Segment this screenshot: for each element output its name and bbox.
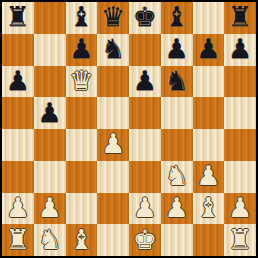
square-a7[interactable] bbox=[2, 34, 34, 66]
square-f3[interactable]: ♞ bbox=[161, 161, 193, 193]
square-b8[interactable] bbox=[34, 2, 66, 34]
square-f5[interactable] bbox=[161, 97, 193, 129]
square-g5[interactable] bbox=[193, 97, 225, 129]
square-a8[interactable]: ♜ bbox=[2, 2, 34, 34]
square-b6[interactable] bbox=[34, 66, 66, 98]
piece-white-queen: ♛ bbox=[69, 67, 93, 94]
square-a4[interactable] bbox=[2, 129, 34, 161]
piece-white-pawn: ♟ bbox=[196, 162, 220, 189]
square-h8[interactable]: ♜ bbox=[224, 2, 256, 34]
piece-white-rook: ♜ bbox=[228, 226, 252, 253]
piece-white-pawn: ♟ bbox=[101, 130, 125, 157]
square-d7[interactable]: ♞ bbox=[97, 34, 129, 66]
square-b3[interactable] bbox=[34, 161, 66, 193]
piece-black-knight: ♞ bbox=[165, 67, 189, 94]
square-d5[interactable] bbox=[97, 97, 129, 129]
piece-black-queen: ♛ bbox=[101, 3, 125, 30]
square-d8[interactable]: ♛ bbox=[97, 2, 129, 34]
square-e7[interactable] bbox=[129, 34, 161, 66]
square-e3[interactable] bbox=[129, 161, 161, 193]
piece-white-pawn: ♟ bbox=[6, 194, 30, 221]
piece-black-pawn: ♟ bbox=[165, 35, 189, 62]
square-c7[interactable]: ♟ bbox=[66, 34, 98, 66]
square-c6[interactable]: ♛ bbox=[66, 66, 98, 98]
square-e8[interactable]: ♚ bbox=[129, 2, 161, 34]
square-e2[interactable]: ♟ bbox=[129, 193, 161, 225]
square-f8[interactable]: ♝ bbox=[161, 2, 193, 34]
square-a6[interactable]: ♟ bbox=[2, 66, 34, 98]
piece-black-pawn: ♟ bbox=[6, 67, 30, 94]
square-b5[interactable]: ♟ bbox=[34, 97, 66, 129]
chess-board-frame: ♜♝♛♚♝♜♟♞♟♟♟♟♛♟♞♟♟♞♟♟♟♟♟♝♟♜♞♝♚♜ bbox=[0, 0, 258, 258]
square-g8[interactable] bbox=[193, 2, 225, 34]
square-g7[interactable]: ♟ bbox=[193, 34, 225, 66]
piece-black-pawn: ♟ bbox=[133, 67, 157, 94]
square-g6[interactable] bbox=[193, 66, 225, 98]
square-c5[interactable] bbox=[66, 97, 98, 129]
square-g1[interactable] bbox=[193, 224, 225, 256]
square-a5[interactable] bbox=[2, 97, 34, 129]
square-e5[interactable] bbox=[129, 97, 161, 129]
piece-white-pawn: ♟ bbox=[133, 194, 157, 221]
square-e6[interactable]: ♟ bbox=[129, 66, 161, 98]
piece-black-rook: ♜ bbox=[228, 3, 252, 30]
square-b1[interactable]: ♞ bbox=[34, 224, 66, 256]
piece-white-bishop: ♝ bbox=[196, 194, 220, 221]
piece-black-pawn: ♟ bbox=[228, 35, 252, 62]
square-g3[interactable]: ♟ bbox=[193, 161, 225, 193]
square-d6[interactable] bbox=[97, 66, 129, 98]
piece-white-bishop: ♝ bbox=[69, 226, 93, 253]
square-f2[interactable]: ♟ bbox=[161, 193, 193, 225]
chess-board: ♜♝♛♚♝♜♟♞♟♟♟♟♛♟♞♟♟♞♟♟♟♟♟♝♟♜♞♝♚♜ bbox=[2, 2, 256, 256]
square-g2[interactable]: ♝ bbox=[193, 193, 225, 225]
square-h7[interactable]: ♟ bbox=[224, 34, 256, 66]
square-g4[interactable] bbox=[193, 129, 225, 161]
piece-black-rook: ♜ bbox=[6, 3, 30, 30]
piece-black-knight: ♞ bbox=[101, 35, 125, 62]
square-a1[interactable]: ♜ bbox=[2, 224, 34, 256]
piece-white-pawn: ♟ bbox=[165, 194, 189, 221]
piece-white-knight: ♞ bbox=[165, 162, 189, 189]
square-f4[interactable] bbox=[161, 129, 193, 161]
square-h6[interactable] bbox=[224, 66, 256, 98]
piece-black-pawn: ♟ bbox=[196, 35, 220, 62]
square-f1[interactable] bbox=[161, 224, 193, 256]
piece-white-pawn: ♟ bbox=[38, 194, 62, 221]
piece-black-bishop: ♝ bbox=[165, 3, 189, 30]
square-c1[interactable]: ♝ bbox=[66, 224, 98, 256]
square-d1[interactable] bbox=[97, 224, 129, 256]
square-c4[interactable] bbox=[66, 129, 98, 161]
square-h1[interactable]: ♜ bbox=[224, 224, 256, 256]
square-h3[interactable] bbox=[224, 161, 256, 193]
square-d2[interactable] bbox=[97, 193, 129, 225]
square-f6[interactable]: ♞ bbox=[161, 66, 193, 98]
square-c2[interactable] bbox=[66, 193, 98, 225]
piece-black-king: ♚ bbox=[133, 3, 157, 30]
square-a3[interactable] bbox=[2, 161, 34, 193]
square-a2[interactable]: ♟ bbox=[2, 193, 34, 225]
piece-black-pawn: ♟ bbox=[38, 99, 62, 126]
square-c3[interactable] bbox=[66, 161, 98, 193]
square-f7[interactable]: ♟ bbox=[161, 34, 193, 66]
square-h2[interactable]: ♟ bbox=[224, 193, 256, 225]
square-b7[interactable] bbox=[34, 34, 66, 66]
square-b2[interactable]: ♟ bbox=[34, 193, 66, 225]
square-d3[interactable] bbox=[97, 161, 129, 193]
square-b4[interactable] bbox=[34, 129, 66, 161]
square-d4[interactable]: ♟ bbox=[97, 129, 129, 161]
piece-white-king: ♚ bbox=[133, 226, 157, 253]
piece-black-pawn: ♟ bbox=[69, 35, 93, 62]
piece-white-knight: ♞ bbox=[38, 226, 62, 253]
square-h5[interactable] bbox=[224, 97, 256, 129]
square-e4[interactable] bbox=[129, 129, 161, 161]
square-e1[interactable]: ♚ bbox=[129, 224, 161, 256]
piece-white-rook: ♜ bbox=[6, 226, 30, 253]
piece-white-pawn: ♟ bbox=[228, 194, 252, 221]
square-c8[interactable]: ♝ bbox=[66, 2, 98, 34]
piece-black-bishop: ♝ bbox=[69, 3, 93, 30]
square-h4[interactable] bbox=[224, 129, 256, 161]
